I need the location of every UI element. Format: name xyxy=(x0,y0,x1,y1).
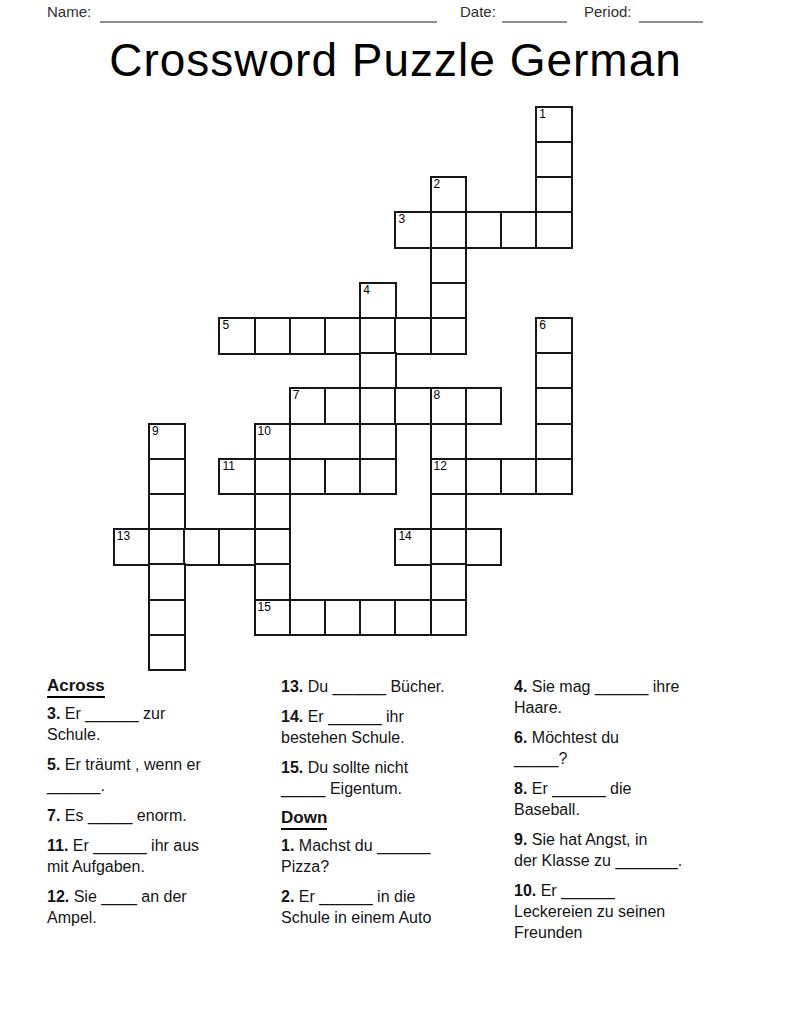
date-blank-line[interactable] xyxy=(502,5,567,23)
grid-cell-r9c7[interactable] xyxy=(359,423,397,461)
clue-down-1: 1. Machst du ______ Pizza? xyxy=(281,835,509,877)
cell-number-11: 11 xyxy=(222,460,234,473)
grid-cell-r10c10[interactable] xyxy=(465,458,503,496)
cell-number-10: 10 xyxy=(258,425,271,438)
cell-number-15: 15 xyxy=(258,601,271,614)
grid-cell-r10c6[interactable] xyxy=(324,458,362,496)
worksheet-page: { "game": "crossword (German vocabulary … xyxy=(0,0,791,1024)
cell-number-14: 14 xyxy=(398,530,411,543)
grid-cell-r6c6[interactable] xyxy=(324,317,362,355)
grid-cell-r5c9[interactable] xyxy=(430,282,468,320)
grid-cell-r8c9[interactable]: 8 xyxy=(430,387,468,425)
clue-text: Du ______ Bücher. xyxy=(308,678,445,695)
grid-cell-r13c9[interactable] xyxy=(430,563,468,601)
clue-across-11: 11. Er ______ ihr aus mit Aufgaben. xyxy=(47,835,272,877)
grid-cell-r8c7[interactable] xyxy=(359,387,397,425)
grid-cell-r12c4[interactable] xyxy=(254,528,292,566)
grid-cell-r12c8[interactable]: 14 xyxy=(394,528,432,566)
grid-cell-r9c9[interactable] xyxy=(430,423,468,461)
name-label: Name: xyxy=(47,3,91,20)
grid-cell-r14c8[interactable] xyxy=(394,599,432,637)
clue-number-label: 10. xyxy=(514,882,541,899)
clue-column-3: 4. Sie mag ______ ihre Haare.6. Möchtest… xyxy=(514,676,744,952)
grid-cell-r10c11[interactable] xyxy=(500,458,538,496)
clue-number-label: 3. xyxy=(47,705,65,722)
grid-cell-r10c9[interactable]: 12 xyxy=(430,458,468,496)
grid-cell-r12c3[interactable] xyxy=(218,528,256,566)
clue-across-7: 7. Es _____ enorm. xyxy=(47,805,272,826)
grid-cell-r9c12[interactable] xyxy=(535,423,573,461)
clue-number-label: 9. xyxy=(514,831,532,848)
clue-down-4: 4. Sie mag ______ ihre Haare. xyxy=(514,676,744,718)
cell-number-2: 2 xyxy=(434,178,441,191)
clue-down-8: 8. Er ______ die Baseball. xyxy=(514,778,744,820)
grid-cell-r3c11[interactable] xyxy=(500,211,538,249)
grid-cell-r14c5[interactable] xyxy=(289,599,327,637)
grid-cell-r12c10[interactable] xyxy=(465,528,503,566)
clue-column-2: 13. Du ______ Bücher.14. Er ______ ihr b… xyxy=(281,676,509,937)
clue-text: Es _____ enorm. xyxy=(65,807,187,824)
grid-cell-r10c3[interactable]: 11 xyxy=(218,458,256,496)
grid-cell-r11c1[interactable] xyxy=(148,493,186,531)
grid-cell-r12c9[interactable] xyxy=(430,528,468,566)
clue-number-label: 13. xyxy=(281,678,308,695)
grid-cell-r12c2[interactable] xyxy=(183,528,221,566)
clue-text: Er träumt , wenn er ______. xyxy=(47,756,201,794)
page-title: Crossword Puzzle German xyxy=(0,33,791,87)
clue-number-label: 8. xyxy=(514,780,532,797)
clue-down-9: 9. Sie hat Angst, in der Klasse zu _____… xyxy=(514,829,744,871)
clue-text: Sie mag ______ ihre Haare. xyxy=(514,678,679,716)
grid-cell-r11c9[interactable] xyxy=(430,493,468,531)
grid-cell-r4c9[interactable] xyxy=(430,247,468,285)
grid-cell-r6c8[interactable] xyxy=(394,317,432,355)
clue-text: Er ______ zur Schule. xyxy=(47,705,165,743)
grid-cell-r3c12[interactable] xyxy=(535,211,573,249)
clue-number-label: 15. xyxy=(281,759,308,776)
clue-across-3: 3. Er ______ zur Schule. xyxy=(47,703,272,745)
clue-number-label: 6. xyxy=(514,729,532,746)
grid-cell-r8c6[interactable] xyxy=(324,387,362,425)
period-blank-line[interactable] xyxy=(639,5,703,23)
clue-number-label: 4. xyxy=(514,678,532,695)
clue-number-label: 14. xyxy=(281,708,308,725)
clue-number-label: 1. xyxy=(281,837,299,854)
clue-number-label: 7. xyxy=(47,807,65,824)
grid-cell-r14c6[interactable] xyxy=(324,599,362,637)
grid-cell-r14c1[interactable] xyxy=(148,599,186,637)
grid-cell-r8c10[interactable] xyxy=(465,387,503,425)
grid-cell-r13c4[interactable] xyxy=(254,563,292,601)
clue-down-2: 2. Er ______ in die Schule in einem Auto xyxy=(281,886,509,928)
grid-cell-r13c1[interactable] xyxy=(148,563,186,601)
clue-across-15: 15. Du sollte nicht _____ Eigentum. xyxy=(281,757,509,799)
grid-cell-r10c5[interactable] xyxy=(289,458,327,496)
clue-down-6: 6. Möchtest du _____? xyxy=(514,727,744,769)
cell-number-12: 12 xyxy=(434,460,447,473)
clue-text: Sie hat Angst, in der Klasse zu _______. xyxy=(514,831,682,869)
grid-cell-r15c1[interactable] xyxy=(148,634,186,672)
cell-number-4: 4 xyxy=(363,284,370,297)
grid-cell-r8c5[interactable]: 7 xyxy=(289,387,327,425)
grid-cell-r12c0[interactable]: 13 xyxy=(113,528,151,566)
grid-cell-r2c12[interactable] xyxy=(535,176,573,214)
cell-number-5: 5 xyxy=(222,319,229,332)
grid-cell-r6c5[interactable] xyxy=(289,317,327,355)
clue-down-10: 10. Er ______ Leckereien zu seinen Freun… xyxy=(514,880,744,943)
date-label: Date: xyxy=(460,3,496,20)
clue-across-5: 5. Er träumt , wenn er ______. xyxy=(47,754,272,796)
grid-cell-r8c12[interactable] xyxy=(535,387,573,425)
clue-number-label: 12. xyxy=(47,888,74,905)
cell-number-13: 13 xyxy=(117,530,130,543)
clue-number-label: 11. xyxy=(47,837,73,854)
grid-cell-r6c4[interactable] xyxy=(254,317,292,355)
clue-text: Er ______ in die Schule in einem Auto xyxy=(281,888,431,926)
grid-cell-r5c7[interactable]: 4 xyxy=(359,282,397,320)
clue-text: Er ______ die Baseball. xyxy=(514,780,631,818)
grid-cell-r9c1[interactable]: 9 xyxy=(148,423,186,461)
period-label: Period: xyxy=(584,3,632,20)
across-header: Across xyxy=(47,676,272,696)
name-blank-line[interactable] xyxy=(100,5,437,23)
grid-cell-r3c10[interactable] xyxy=(465,211,503,249)
cell-number-7: 7 xyxy=(293,389,300,402)
grid-cell-r1c12[interactable] xyxy=(535,141,573,179)
grid-cell-r3c9[interactable] xyxy=(430,211,468,249)
grid-cell-r6c12[interactable]: 6 xyxy=(535,317,573,355)
grid-cell-r8c8[interactable] xyxy=(394,387,432,425)
grid-cell-r0c12[interactable]: 1 xyxy=(535,106,573,144)
crossword-grid: 123456789101112131415 xyxy=(114,107,572,671)
grid-cell-r10c12[interactable] xyxy=(535,458,573,496)
header-row: Name: Date: Period: xyxy=(47,3,747,25)
grid-cell-r3c8[interactable]: 3 xyxy=(394,211,432,249)
grid-cell-r10c4[interactable] xyxy=(254,458,292,496)
grid-cell-r14c7[interactable] xyxy=(359,599,397,637)
grid-cell-r10c1[interactable] xyxy=(148,458,186,496)
grid-cell-r14c4[interactable]: 15 xyxy=(254,599,292,637)
grid-cell-r6c9[interactable] xyxy=(430,317,468,355)
clue-text: Machst du ______ Pizza? xyxy=(281,837,430,875)
clue-across-12: 12. Sie ____ an der Ampel. xyxy=(47,886,272,928)
grid-cell-r6c7[interactable] xyxy=(359,317,397,355)
grid-cell-r11c4[interactable] xyxy=(254,493,292,531)
cell-number-8: 8 xyxy=(434,389,441,402)
grid-cell-r9c4[interactable]: 10 xyxy=(254,423,292,461)
clue-number-label: 5. xyxy=(47,756,65,773)
grid-cell-r7c12[interactable] xyxy=(535,352,573,390)
grid-cell-r10c7[interactable] xyxy=(359,458,397,496)
grid-cell-r7c7[interactable] xyxy=(359,352,397,390)
clue-column-1: Across3. Er ______ zur Schule.5. Er träu… xyxy=(47,676,272,937)
grid-cell-r6c3[interactable]: 5 xyxy=(218,317,256,355)
grid-cell-r2c9[interactable]: 2 xyxy=(430,176,468,214)
grid-cell-r14c9[interactable] xyxy=(430,599,468,637)
down-header: Down xyxy=(281,808,509,828)
cell-number-3: 3 xyxy=(398,213,405,226)
cell-number-9: 9 xyxy=(152,425,159,438)
cell-number-6: 6 xyxy=(539,319,546,332)
grid-cell-r12c1[interactable] xyxy=(148,528,186,566)
clue-number-label: 2. xyxy=(281,888,299,905)
cell-number-1: 1 xyxy=(539,108,546,121)
clue-across-13: 13. Du ______ Bücher. xyxy=(281,676,509,697)
clue-across-14: 14. Er ______ ihr bestehen Schule. xyxy=(281,706,509,748)
